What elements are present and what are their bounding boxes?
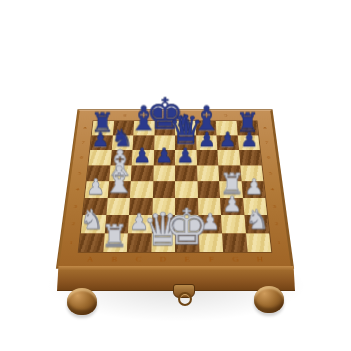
coordinate-label: C [126, 254, 151, 265]
board-grid: ♜♝♚♞♝♜♟♞♛♟♟♟♟♟♟♝♟♝♜♟♟♞♟♟♞♜♛♚ [79, 121, 271, 252]
latch-ring [178, 292, 192, 306]
square-d5[interactable] [153, 165, 175, 181]
square-b1[interactable]: ♜ [103, 233, 128, 252]
coordinate-label: 1 [271, 233, 287, 252]
coordinate-label: 6 [262, 150, 276, 165]
square-h6[interactable] [239, 150, 262, 165]
left-foot [67, 288, 97, 315]
coordinate-label: F [199, 254, 224, 265]
white-bishop[interactable]: ♝ [97, 161, 141, 198]
square-f6[interactable] [196, 150, 218, 165]
square-d6[interactable]: ♟ [153, 150, 175, 165]
photo-background: ABCDEFGH 87654321 87654321 ♜♝♚♞♝♜♟♞♛♟♟♟♟… [0, 0, 351, 351]
chess-board: ABCDEFGH 87654321 87654321 ♜♝♚♞♝♜♟♞♛♟♟♟♟… [57, 110, 293, 268]
square-h1[interactable] [246, 233, 272, 252]
square-e1[interactable]: ♚ [175, 233, 199, 252]
coordinate-label: G [223, 254, 248, 265]
square-f7[interactable]: ♟ [196, 135, 218, 150]
square-e5[interactable] [175, 165, 197, 181]
square-e4[interactable] [175, 181, 198, 198]
square-g6[interactable] [217, 150, 239, 165]
white-knight[interactable]: ♞ [241, 206, 273, 233]
black-pawn[interactable]: ♟ [237, 130, 261, 150]
right-foot [254, 286, 284, 313]
black-pawn[interactable]: ♟ [174, 145, 198, 165]
square-h2[interactable]: ♞ [244, 215, 269, 233]
coordinate-label: E [175, 254, 199, 265]
white-rook[interactable]: ♜ [97, 222, 134, 252]
latch[interactable] [170, 284, 196, 304]
white-king[interactable]: ♚ [158, 203, 217, 252]
file-labels: ABCDEFGH [77, 254, 272, 265]
chess-scene: ABCDEFGH 87654321 87654321 ♜♝♚♞♝♜♟♞♛♟♟♟♟… [57, 32, 293, 268]
square-g7[interactable]: ♟ [217, 135, 239, 150]
square-h7[interactable]: ♟ [237, 135, 259, 150]
coordinate-label: A [77, 254, 102, 265]
coordinate-label: 7 [260, 135, 274, 150]
coordinate-label: B [102, 254, 127, 265]
square-e6[interactable]: ♟ [175, 150, 197, 165]
coordinate-label: 1 [63, 233, 79, 252]
square-b4[interactable]: ♝ [107, 181, 130, 198]
square-d4[interactable] [152, 181, 175, 198]
coordinate-label: H [247, 254, 272, 265]
coordinate-label: 4 [265, 181, 280, 198]
coordinate-label: D [151, 254, 175, 265]
square-g1[interactable] [222, 233, 247, 252]
coordinate-label: 6 [74, 150, 88, 165]
